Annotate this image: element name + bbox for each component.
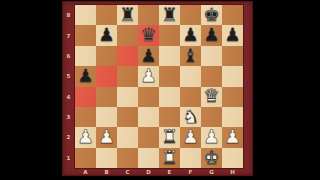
rank-label-1: 1	[62, 148, 75, 168]
black-rook[interactable]: ♜	[161, 5, 178, 24]
square-h2[interactable]: ♟	[222, 127, 243, 147]
file-label-h: H	[222, 168, 243, 176]
white-pawn[interactable]: ♟	[77, 128, 94, 147]
rank-label-5: 5	[62, 66, 75, 86]
square-h8[interactable]	[222, 5, 243, 25]
black-pawn[interactable]: ♟	[203, 26, 220, 45]
square-e1[interactable]: ♜	[159, 148, 180, 168]
square-e8[interactable]: ♜	[159, 5, 180, 25]
rank-labels: 87654321	[62, 5, 75, 168]
square-b7[interactable]: ♟	[96, 25, 117, 45]
square-c2[interactable]	[117, 127, 138, 147]
square-g4[interactable]: ♛	[201, 87, 222, 107]
square-d4[interactable]	[138, 87, 159, 107]
square-c3[interactable]	[117, 107, 138, 127]
white-pawn[interactable]: ♟	[98, 128, 115, 147]
square-h6[interactable]	[222, 46, 243, 66]
square-b5[interactable]	[96, 66, 117, 86]
square-c1[interactable]	[117, 148, 138, 168]
square-g5[interactable]	[201, 66, 222, 86]
black-pawn[interactable]: ♟	[224, 26, 241, 45]
square-e7[interactable]	[159, 25, 180, 45]
square-f5[interactable]	[180, 66, 201, 86]
board-frame: 87654321 ABCDEFGH ♜♜♚♟♛♟♟♟♟♝♟♟♛♞♟♟♜♟♟♟♜♚	[62, 1, 253, 176]
square-c6[interactable]	[117, 46, 138, 66]
square-h7[interactable]: ♟	[222, 25, 243, 45]
square-e3[interactable]	[159, 107, 180, 127]
square-d7[interactable]: ♛	[138, 25, 159, 45]
file-label-c: C	[117, 168, 138, 176]
square-b2[interactable]: ♟	[96, 127, 117, 147]
square-d8[interactable]	[138, 5, 159, 25]
square-h3[interactable]	[222, 107, 243, 127]
square-f8[interactable]	[180, 5, 201, 25]
rank-label-8: 8	[62, 5, 75, 25]
square-g7[interactable]: ♟	[201, 25, 222, 45]
square-a8[interactable]	[75, 5, 96, 25]
black-pawn[interactable]: ♟	[182, 26, 199, 45]
square-e6[interactable]	[159, 46, 180, 66]
square-f4[interactable]	[180, 87, 201, 107]
square-a5[interactable]: ♟	[75, 66, 96, 86]
square-b1[interactable]	[96, 148, 117, 168]
square-a2[interactable]: ♟	[75, 127, 96, 147]
square-a4[interactable]	[75, 87, 96, 107]
square-b4[interactable]	[96, 87, 117, 107]
square-g1[interactable]: ♚	[201, 148, 222, 168]
black-pawn[interactable]: ♟	[77, 67, 94, 86]
square-h5[interactable]	[222, 66, 243, 86]
white-pawn[interactable]: ♟	[182, 128, 199, 147]
white-pawn[interactable]: ♟	[203, 128, 220, 147]
file-label-b: B	[96, 168, 117, 176]
white-knight[interactable]: ♞	[182, 107, 199, 126]
square-d2[interactable]	[138, 127, 159, 147]
square-d1[interactable]	[138, 148, 159, 168]
square-f1[interactable]	[180, 148, 201, 168]
black-pawn[interactable]: ♟	[140, 46, 157, 65]
square-c8[interactable]: ♜	[117, 5, 138, 25]
white-rook[interactable]: ♜	[161, 148, 178, 167]
square-f6[interactable]: ♝	[180, 46, 201, 66]
chess-board: ♜♜♚♟♛♟♟♟♟♝♟♟♛♞♟♟♜♟♟♟♜♚	[75, 5, 243, 168]
square-f3[interactable]: ♞	[180, 107, 201, 127]
white-rook[interactable]: ♜	[161, 128, 178, 147]
file-label-g: G	[201, 168, 222, 176]
square-b3[interactable]	[96, 107, 117, 127]
black-pawn[interactable]: ♟	[98, 26, 115, 45]
square-g6[interactable]	[201, 46, 222, 66]
square-g3[interactable]	[201, 107, 222, 127]
square-c5[interactable]	[117, 66, 138, 86]
square-g2[interactable]: ♟	[201, 127, 222, 147]
square-d3[interactable]	[138, 107, 159, 127]
file-labels: ABCDEFGH	[75, 168, 243, 176]
black-rook[interactable]: ♜	[119, 5, 136, 24]
rank-label-3: 3	[62, 107, 75, 127]
square-h4[interactable]	[222, 87, 243, 107]
square-a6[interactable]	[75, 46, 96, 66]
file-label-d: D	[138, 168, 159, 176]
white-king[interactable]: ♚	[203, 148, 220, 167]
square-a1[interactable]	[75, 148, 96, 168]
square-f2[interactable]: ♟	[180, 127, 201, 147]
square-b8[interactable]	[96, 5, 117, 25]
square-a7[interactable]	[75, 25, 96, 45]
square-d6[interactable]: ♟	[138, 46, 159, 66]
file-label-f: F	[180, 168, 201, 176]
square-c7[interactable]	[117, 25, 138, 45]
square-d5[interactable]: ♟	[138, 66, 159, 86]
square-h1[interactable]	[222, 148, 243, 168]
black-queen[interactable]: ♛	[140, 26, 157, 45]
rank-label-7: 7	[62, 25, 75, 45]
square-g8[interactable]: ♚	[201, 5, 222, 25]
black-bishop[interactable]: ♝	[182, 46, 199, 65]
white-pawn[interactable]: ♟	[224, 128, 241, 147]
rank-label-2: 2	[62, 127, 75, 147]
rank-label-4: 4	[62, 87, 75, 107]
file-label-e: E	[159, 168, 180, 176]
square-e4[interactable]	[159, 87, 180, 107]
file-label-a: A	[75, 168, 96, 176]
white-pawn[interactable]: ♟	[140, 67, 157, 86]
rank-label-6: 6	[62, 46, 75, 66]
square-f7[interactable]: ♟	[180, 25, 201, 45]
white-queen[interactable]: ♛	[203, 87, 220, 106]
square-a3[interactable]	[75, 107, 96, 127]
video-frame: 87654321 ABCDEFGH ♜♜♚♟♛♟♟♟♟♝♟♟♛♞♟♟♜♟♟♟♜♚	[0, 0, 320, 180]
square-e2[interactable]: ♜	[159, 127, 180, 147]
square-e5[interactable]	[159, 66, 180, 86]
black-king[interactable]: ♚	[203, 5, 220, 24]
square-c4[interactable]	[117, 87, 138, 107]
square-b6[interactable]	[96, 46, 117, 66]
